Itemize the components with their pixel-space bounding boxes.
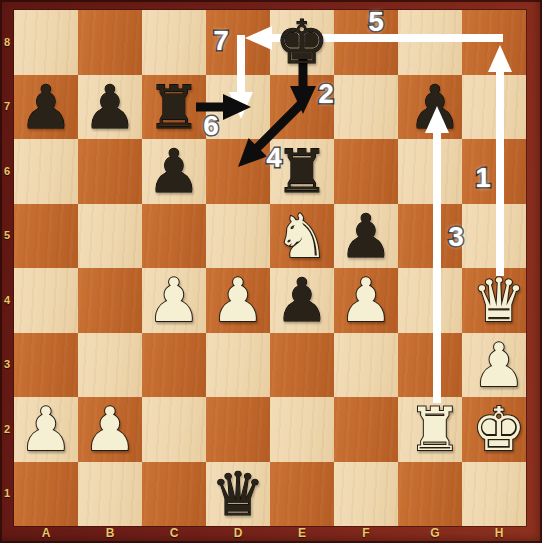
move-number-label-7: 7	[203, 26, 239, 56]
square-a6[interactable]	[14, 139, 78, 204]
move-number-label-6: 6	[193, 111, 229, 141]
piece-white-knight-e5[interactable]: ♞	[270, 204, 334, 269]
square-f1[interactable]	[334, 462, 398, 527]
square-b4[interactable]	[78, 268, 142, 333]
piece-black-pawn-b7[interactable]: ♟	[78, 75, 142, 140]
file-label-a: A	[36, 527, 56, 541]
square-g4[interactable]	[398, 268, 462, 333]
file-label-g: G	[425, 527, 445, 541]
square-c2[interactable]	[142, 397, 206, 462]
rank-label-2: 2	[0, 424, 14, 435]
piece-black-pawn-a7[interactable]: ♟	[14, 75, 78, 140]
square-a1[interactable]	[14, 462, 78, 527]
piece-white-pawn-a2[interactable]: ♟	[14, 397, 78, 462]
file-label-b: B	[100, 527, 120, 541]
square-g3[interactable]	[398, 333, 462, 398]
square-c8[interactable]	[142, 10, 206, 75]
square-f2[interactable]	[334, 397, 398, 462]
rank-label-1: 1	[0, 488, 14, 499]
rank-label-8: 8	[0, 37, 14, 48]
piece-white-pawn-d4[interactable]: ♟	[206, 268, 270, 333]
square-a8[interactable]	[14, 10, 78, 75]
square-d2[interactable]	[206, 397, 270, 462]
square-h7[interactable]	[462, 75, 526, 140]
square-f3[interactable]	[334, 333, 398, 398]
square-b5[interactable]	[78, 204, 142, 269]
square-b8[interactable]	[78, 10, 142, 75]
piece-black-queen-d1[interactable]: ♛	[206, 462, 270, 527]
square-f6[interactable]	[334, 139, 398, 204]
square-c5[interactable]	[142, 204, 206, 269]
square-b3[interactable]	[78, 333, 142, 398]
rank-label-6: 6	[0, 166, 14, 177]
file-label-c: C	[164, 527, 184, 541]
file-label-e: E	[292, 527, 312, 541]
rank-label-4: 4	[0, 295, 14, 306]
piece-black-king-e8[interactable]: ♚	[270, 10, 334, 75]
piece-white-king-h2[interactable]: ♚	[467, 397, 531, 462]
rank-label-3: 3	[0, 359, 14, 370]
square-g1[interactable]	[398, 462, 462, 527]
move-number-label-3: 3	[438, 222, 474, 252]
piece-white-pawn-h3[interactable]: ♟	[467, 333, 531, 398]
move-number-label-1: 1	[465, 163, 501, 193]
piece-black-pawn-g7[interactable]: ♟	[403, 75, 467, 140]
piece-black-pawn-f5[interactable]: ♟	[334, 204, 398, 269]
file-label-h: H	[489, 527, 509, 541]
file-label-d: D	[228, 527, 248, 541]
square-e3[interactable]	[270, 333, 334, 398]
square-a5[interactable]	[14, 204, 78, 269]
move-number-label-2: 2	[308, 79, 344, 109]
square-a4[interactable]	[14, 268, 78, 333]
square-c3[interactable]	[142, 333, 206, 398]
square-g6[interactable]	[398, 139, 462, 204]
piece-white-pawn-f4[interactable]: ♟	[334, 268, 398, 333]
square-e1[interactable]	[270, 462, 334, 527]
piece-white-queen-h4[interactable]: ♛	[467, 268, 531, 333]
piece-black-pawn-c6[interactable]: ♟	[142, 139, 206, 204]
square-a3[interactable]	[14, 333, 78, 398]
move-number-label-4: 4	[256, 143, 292, 173]
square-h8[interactable]	[462, 10, 526, 75]
square-h1[interactable]	[462, 462, 526, 527]
square-e2[interactable]	[270, 397, 334, 462]
piece-white-pawn-b2[interactable]: ♟	[78, 397, 142, 462]
square-b6[interactable]	[78, 139, 142, 204]
piece-white-rook-g2[interactable]: ♜	[403, 397, 467, 462]
rank-label-5: 5	[0, 230, 14, 241]
rank-label-7: 7	[0, 101, 14, 112]
square-b1[interactable]	[78, 462, 142, 527]
square-d3[interactable]	[206, 333, 270, 398]
file-label-f: F	[356, 527, 376, 541]
piece-white-pawn-c4[interactable]: ♟	[142, 268, 206, 333]
chess-board-frame: 87654321ABCDEFGH♚♟♟♜♟♟♜♞♟♟♟♟♟♛♟♟♟♜♚♛1234…	[0, 0, 542, 543]
square-c1[interactable]	[142, 462, 206, 527]
square-d5[interactable]	[206, 204, 270, 269]
move-number-label-5: 5	[358, 7, 394, 37]
piece-black-pawn-e4[interactable]: ♟	[270, 268, 334, 333]
square-g8[interactable]	[398, 10, 462, 75]
